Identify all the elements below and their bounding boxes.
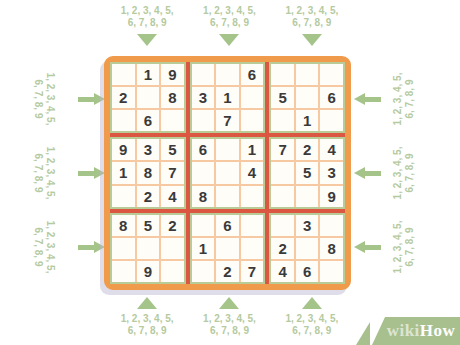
arrow-right-icon <box>78 93 105 105</box>
label-line2: 6, 7, 8, 9 <box>210 325 249 337</box>
sudoku-cell-r6c9: 9 <box>320 186 343 207</box>
label-line1: 1, 2, 3, 4, 5, <box>44 209 56 285</box>
sudoku-box-1: 19286 <box>110 62 186 133</box>
sudoku-cell-r6c5 <box>216 186 239 207</box>
sudoku-cell-r5c6: 4 <box>241 162 264 183</box>
arrow-right-icon <box>78 241 105 253</box>
top-labels: 1, 2, 3, 4, 5, 6, 7, 8, 9 1, 2, 3, 4, 5,… <box>106 5 353 46</box>
sudoku-cell-r1c3: 9 <box>161 64 184 85</box>
sudoku-cell-r9c5: 2 <box>216 261 239 282</box>
sudoku-cell-r7c1: 8 <box>112 215 135 236</box>
label-line1: 1, 2, 3, 4, 5, <box>392 209 404 285</box>
sudoku-cell-r2c4: 3 <box>192 87 215 108</box>
label-line1: 1, 2, 3, 4, 5, <box>121 5 174 17</box>
sudoku-cell-r2c6 <box>241 87 264 108</box>
sudoku-cell-r5c7 <box>271 162 294 183</box>
sudoku-cell-r7c8: 3 <box>296 215 319 236</box>
label-line1: 1, 2, 3, 4, 5, <box>392 135 404 211</box>
arrow-left-icon <box>354 241 381 253</box>
label-line2: 6, 7, 8, 9 <box>292 325 331 337</box>
sudoku-cell-r7c9 <box>320 215 343 236</box>
label-line1: 1, 2, 3, 4, 5, <box>121 313 174 325</box>
sudoku-cell-r1c9 <box>320 64 343 85</box>
label-line1: 1, 2, 3, 4, 5, <box>44 135 56 211</box>
sudoku-box-2: 6317 <box>190 62 266 133</box>
label-line2: 6, 7, 8, 9 <box>128 17 167 29</box>
arrow-left-icon <box>354 167 381 179</box>
sudoku-cell-r8c4: 1 <box>192 238 215 259</box>
label-line2: 6, 7, 8, 9 <box>32 135 44 211</box>
label-line1: 1, 2, 3, 4, 5, <box>203 313 256 325</box>
sudoku-cell-r5c4 <box>192 162 215 183</box>
sudoku-cell-r6c7 <box>271 186 294 207</box>
label-line1: 1, 2, 3, 4, 5, <box>44 61 56 137</box>
sudoku-cell-r4c9: 4 <box>320 139 343 160</box>
arrow-right-icon <box>78 167 105 179</box>
sudoku-cell-r7c5: 6 <box>216 215 239 236</box>
bottom-label-box3: 1, 2, 3, 4, 5, 6, 7, 8, 9 <box>271 297 353 337</box>
sudoku-cell-r4c6: 1 <box>241 139 264 160</box>
right-label-band2: 1, 2, 3, 4, 5, 6, 7, 8, 9 <box>392 135 416 211</box>
arrow-up-icon <box>219 297 239 309</box>
sudoku-board: 1928663175619351872461487245398529612732… <box>104 56 351 290</box>
sudoku-cell-r3c9 <box>320 110 343 131</box>
right-label-band1: 1, 2, 3, 4, 5, 6, 7, 8, 9 <box>392 61 416 137</box>
top-label-box2: 1, 2, 3, 4, 5, 6, 7, 8, 9 <box>188 5 270 46</box>
sudoku-cell-r4c4: 6 <box>192 139 215 160</box>
sudoku-cell-r7c7 <box>271 215 294 236</box>
arrow-left-icon <box>354 93 381 105</box>
sudoku-illustration: 1, 2, 3, 4, 5, 6, 7, 8, 9 1, 2, 3, 4, 5,… <box>0 0 460 345</box>
sudoku-cell-r2c2 <box>137 87 160 108</box>
arrow-up-icon <box>137 297 157 309</box>
sudoku-box-3: 561 <box>269 62 345 133</box>
sudoku-cell-r2c5: 1 <box>216 87 239 108</box>
sudoku-cell-r9c9 <box>320 261 343 282</box>
sudoku-cell-r8c9: 8 <box>320 238 343 259</box>
label-line2: 6, 7, 8, 9 <box>404 135 416 211</box>
label-line1: 1, 2, 3, 4, 5, <box>285 313 338 325</box>
sudoku-cell-r8c3 <box>161 238 184 259</box>
sudoku-cell-r5c2: 8 <box>137 162 160 183</box>
sudoku-cell-r5c8: 5 <box>296 162 319 183</box>
label-line1: 1, 2, 3, 4, 5, <box>203 5 256 17</box>
sudoku-cell-r3c7 <box>271 110 294 131</box>
sudoku-cell-r9c3 <box>161 261 184 282</box>
wikihow-watermark: wikiHow <box>355 317 460 345</box>
sudoku-cell-r6c8 <box>296 186 319 207</box>
sudoku-cell-r4c8: 2 <box>296 139 319 160</box>
sudoku-cell-r1c8 <box>296 64 319 85</box>
sudoku-cell-r2c9: 6 <box>320 87 343 108</box>
bottom-label-box2: 1, 2, 3, 4, 5, 6, 7, 8, 9 <box>188 297 270 337</box>
arrow-down-icon <box>219 34 239 46</box>
sudoku-cell-r1c1 <box>112 64 135 85</box>
sudoku-cell-r2c7: 5 <box>271 87 294 108</box>
bottom-labels: 1, 2, 3, 4, 5, 6, 7, 8, 9 1, 2, 3, 4, 5,… <box>106 297 353 337</box>
sudoku-cell-r7c6 <box>241 215 264 236</box>
sudoku-cell-r1c7 <box>271 64 294 85</box>
sudoku-cell-r3c4 <box>192 110 215 131</box>
arrow-down-icon <box>137 34 157 46</box>
label-line1: 1, 2, 3, 4, 5, <box>392 61 404 137</box>
sudoku-cell-r9c6: 7 <box>241 261 264 282</box>
sudoku-cell-r5c9: 3 <box>320 162 343 183</box>
label-line1: 1, 2, 3, 4, 5, <box>285 5 338 17</box>
sudoku-cell-r6c3: 4 <box>161 186 184 207</box>
sudoku-cell-r3c3 <box>161 110 184 131</box>
sudoku-cell-r6c1 <box>112 186 135 207</box>
sudoku-cell-r1c4 <box>192 64 215 85</box>
sudoku-cell-r9c8: 6 <box>296 261 319 282</box>
wikihow-logo: wikiHow <box>372 317 460 345</box>
sudoku-cell-r4c2: 3 <box>137 139 160 160</box>
sudoku-cell-r4c5 <box>216 139 239 160</box>
sudoku-cell-r8c7: 2 <box>271 238 294 259</box>
sudoku-cell-r2c8 <box>296 87 319 108</box>
sudoku-cell-r7c2: 5 <box>137 215 160 236</box>
bottom-label-box1: 1, 2, 3, 4, 5, 6, 7, 8, 9 <box>106 297 188 337</box>
sudoku-cell-r1c2: 1 <box>137 64 160 85</box>
sudoku-box-5: 6148 <box>190 137 266 208</box>
left-label-band3: 1, 2, 3, 4, 5, 6, 7, 8, 9 <box>32 209 56 285</box>
sudoku-cell-r9c4 <box>192 261 215 282</box>
left-label-band2: 1, 2, 3, 4, 5, 6, 7, 8, 9 <box>32 135 56 211</box>
sudoku-box-4: 93518724 <box>110 137 186 208</box>
sudoku-cell-r3c6 <box>241 110 264 131</box>
sudoku-box-8: 6127 <box>190 213 266 284</box>
left-label-band1: 1, 2, 3, 4, 5, 6, 7, 8, 9 <box>32 61 56 137</box>
top-label-box3: 1, 2, 3, 4, 5, 6, 7, 8, 9 <box>271 5 353 46</box>
sudoku-cell-r6c6 <box>241 186 264 207</box>
label-line2: 6, 7, 8, 9 <box>32 61 44 137</box>
sudoku-cell-r7c4 <box>192 215 215 236</box>
sudoku-box-9: 32846 <box>269 213 345 284</box>
sudoku-cell-r8c6 <box>241 238 264 259</box>
sudoku-cell-r5c3: 7 <box>161 162 184 183</box>
label-line2: 6, 7, 8, 9 <box>404 61 416 137</box>
sudoku-cell-r3c1 <box>112 110 135 131</box>
sudoku-cell-r4c3: 5 <box>161 139 184 160</box>
sudoku-cell-r6c2: 2 <box>137 186 160 207</box>
label-line2: 6, 7, 8, 9 <box>32 209 44 285</box>
sudoku-cell-r7c3: 2 <box>161 215 184 236</box>
label-line2: 6, 7, 8, 9 <box>210 17 249 29</box>
right-label-band3: 1, 2, 3, 4, 5, 6, 7, 8, 9 <box>392 209 416 285</box>
sudoku-cell-r4c7: 7 <box>271 139 294 160</box>
sudoku-cell-r1c5 <box>216 64 239 85</box>
sudoku-cell-r9c1 <box>112 261 135 282</box>
sudoku-cell-r1c6: 6 <box>241 64 264 85</box>
sudoku-cell-r5c5 <box>216 162 239 183</box>
sudoku-cell-r8c5 <box>216 238 239 259</box>
sudoku-cell-r4c1: 9 <box>112 139 135 160</box>
sudoku-cell-r8c1 <box>112 238 135 259</box>
sudoku-cell-r3c8: 1 <box>296 110 319 131</box>
sudoku-cell-r9c7: 4 <box>271 261 294 282</box>
label-line2: 6, 7, 8, 9 <box>128 325 167 337</box>
sudoku-cell-r5c1: 1 <box>112 162 135 183</box>
sudoku-cell-r2c3: 8 <box>161 87 184 108</box>
sudoku-cell-r3c2: 6 <box>137 110 160 131</box>
wikihow-ribbon-notch <box>356 322 370 345</box>
sudoku-cell-r2c1: 2 <box>112 87 135 108</box>
sudoku-cell-r9c2: 9 <box>137 261 160 282</box>
wikihow-logo-wiki: wiki <box>387 321 420 341</box>
arrow-up-icon <box>302 297 322 309</box>
sudoku-box-7: 8529 <box>110 213 186 284</box>
sudoku-cell-r8c2 <box>137 238 160 259</box>
label-line2: 6, 7, 8, 9 <box>404 209 416 285</box>
label-line2: 6, 7, 8, 9 <box>292 17 331 29</box>
sudoku-cell-r6c4: 8 <box>192 186 215 207</box>
sudoku-box-6: 724539 <box>269 137 345 208</box>
sudoku-cell-r8c8 <box>296 238 319 259</box>
arrow-down-icon <box>302 34 322 46</box>
top-label-box1: 1, 2, 3, 4, 5, 6, 7, 8, 9 <box>106 5 188 46</box>
wikihow-logo-how: How <box>420 321 456 341</box>
sudoku-cell-r3c5: 7 <box>216 110 239 131</box>
